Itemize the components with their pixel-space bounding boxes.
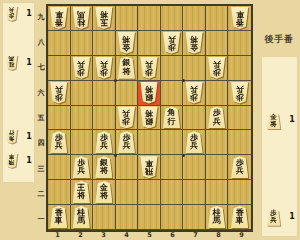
piece-kanji: 銀将 — [139, 106, 158, 128]
board-square[interactable] — [71, 81, 94, 106]
piece-kanji: 香車 — [49, 206, 68, 228]
piece-kanji: 歩兵 — [72, 156, 91, 178]
board-square[interactable] — [228, 56, 251, 81]
piece-kanji: 歩兵 — [230, 156, 249, 178]
board-square[interactable] — [206, 31, 229, 56]
board-square[interactable]: 金将 — [93, 180, 116, 205]
board-square[interactable] — [71, 106, 94, 131]
board-square[interactable] — [228, 180, 251, 205]
shogi-piece[interactable]: 歩兵 — [185, 131, 204, 153]
board-square[interactable] — [206, 155, 229, 180]
piece-kanji: 歩兵 — [72, 57, 91, 79]
shogi-piece[interactable]: 歩兵 — [72, 156, 91, 178]
board-square[interactable] — [138, 31, 161, 56]
board-star-dot — [114, 154, 117, 157]
board-square[interactable] — [48, 106, 71, 131]
board-square[interactable] — [138, 180, 161, 205]
board-square[interactable]: 歩兵 — [183, 81, 206, 106]
piece-kanji: 金将 — [94, 181, 113, 203]
file-label: 3 — [92, 231, 115, 240]
board-square[interactable]: 歩兵 — [183, 130, 206, 155]
rank-label: 一 — [36, 207, 46, 232]
board-square[interactable]: 歩兵 — [116, 106, 139, 131]
shogi-piece[interactable]: 銀将 — [117, 57, 136, 79]
piece-kanji: 歩兵 — [230, 82, 249, 104]
board-square[interactable] — [161, 180, 184, 205]
shogi-piece[interactable]: 歩兵 — [230, 82, 249, 104]
hand-count: 1 — [24, 132, 34, 141]
piece-kanji: 歩兵 — [207, 106, 226, 128]
board-square[interactable]: 玉将 — [93, 6, 116, 31]
board-square[interactable] — [183, 6, 206, 31]
shogi-piece[interactable]: 金将 — [117, 32, 136, 54]
board-square[interactable]: 銀将 — [138, 81, 161, 106]
board-square[interactable]: 飛車 — [138, 155, 161, 180]
board-square[interactable]: 香車 — [48, 205, 71, 230]
rank-label: 三 — [36, 156, 46, 181]
board-square[interactable] — [183, 155, 206, 180]
board-square[interactable]: 桂馬 — [206, 205, 229, 230]
piece-kanji: 歩兵 — [49, 82, 68, 104]
hand-piece[interactable]: 金将 — [266, 112, 281, 129]
piece-kanji: 角行 — [5, 129, 18, 144]
piece-kanji: 銀将 — [94, 156, 113, 178]
board-square[interactable]: 歩兵 — [93, 130, 116, 155]
board-square[interactable] — [138, 130, 161, 155]
shogi-piece[interactable]: 銀将 — [94, 156, 113, 178]
hand-count: 1 — [24, 156, 34, 165]
hand-count: 1 — [24, 58, 34, 67]
piece-kanji: 歩兵 — [162, 32, 181, 54]
board-square[interactable] — [206, 180, 229, 205]
board-square[interactable] — [93, 205, 116, 230]
shogi-piece[interactable]: 歩兵 — [185, 82, 204, 104]
shogi-piece[interactable]: 歩兵 — [207, 57, 226, 79]
turn-indicator: 後手番 — [258, 33, 300, 46]
shogi-piece[interactable]: 桂馬 — [72, 206, 91, 228]
board-square[interactable] — [161, 155, 184, 180]
piece-kanji: 歩兵 — [49, 131, 68, 153]
piece-kanji: 香車 — [230, 206, 249, 228]
file-label: 2 — [69, 231, 92, 240]
piece-kanji: 歩兵 — [185, 131, 204, 153]
board-square[interactable] — [93, 31, 116, 56]
hand-count: 1 — [287, 115, 297, 124]
file-label: 4 — [115, 231, 138, 240]
board-square[interactable] — [48, 31, 71, 56]
board-square[interactable] — [161, 6, 184, 31]
board-square[interactable]: 桂馬 — [71, 6, 94, 31]
piece-kanji: 桂馬 — [72, 206, 91, 228]
shogi-piece[interactable]: 角行 — [162, 106, 181, 128]
board-square[interactable]: 角行 — [161, 106, 184, 131]
board-square[interactable]: 歩兵 — [161, 31, 184, 56]
sente-hand-tray: 歩兵1桂馬1角行1飛車1 — [2, 2, 35, 183]
piece-kanji: 銀将 — [117, 57, 136, 79]
shogi-piece[interactable]: 歩兵 — [230, 156, 249, 178]
board-square[interactable]: 歩兵 — [228, 155, 251, 180]
board-square[interactable] — [183, 180, 206, 205]
board-square[interactable]: 金将 — [183, 31, 206, 56]
piece-kanji: 歩兵 — [117, 131, 136, 153]
board-square[interactable] — [183, 205, 206, 230]
shogi-piece[interactable]: 歩兵 — [94, 57, 113, 79]
hand-piece[interactable]: 飛車 — [5, 153, 18, 168]
piece-kanji: 金将 — [117, 32, 136, 54]
piece-kanji: 金将 — [266, 112, 281, 129]
board-square[interactable] — [116, 81, 139, 106]
board-square[interactable] — [48, 155, 71, 180]
piece-kanji: 飛車 — [139, 156, 158, 178]
piece-kanji: 銀将 — [139, 82, 158, 104]
shogi-piece[interactable]: 銀将 — [139, 82, 158, 104]
board-square[interactable]: 銀将 — [138, 106, 161, 131]
shogi-piece[interactable]: 歩兵 — [72, 57, 91, 79]
board-square[interactable] — [228, 130, 251, 155]
board-square[interactable] — [93, 81, 116, 106]
shogi-piece[interactable]: 銀将 — [139, 106, 158, 128]
board-square[interactable] — [116, 6, 139, 31]
file-labels: 123456789 — [46, 231, 253, 240]
piece-kanji: 香車 — [49, 7, 68, 29]
board-square[interactable]: 歩兵 — [71, 155, 94, 180]
board-square[interactable]: 歩兵 — [138, 56, 161, 81]
file-label: 9 — [230, 231, 253, 240]
board-square[interactable]: 歩兵 — [71, 56, 94, 81]
hand-piece[interactable]: 歩兵 — [5, 6, 18, 21]
board-square[interactable] — [161, 81, 184, 106]
board-square[interactable]: 香車 — [228, 205, 251, 230]
shogi-piece[interactable]: 歩兵 — [117, 131, 136, 153]
piece-kanji: 桂馬 — [72, 7, 91, 29]
gote-hand-tray: 金将1歩兵1 — [261, 56, 298, 237]
board-square[interactable] — [48, 56, 71, 81]
piece-kanji: 歩兵 — [5, 6, 18, 21]
board-square[interactable] — [206, 81, 229, 106]
board-square[interactable] — [116, 180, 139, 205]
hand-piece[interactable]: 歩兵 — [266, 209, 281, 226]
rank-label: 四 — [36, 131, 46, 156]
file-label: 1 — [46, 231, 69, 240]
rank-label: 八 — [36, 29, 46, 54]
piece-kanji: 香車 — [230, 7, 249, 29]
board-square[interactable]: 香車 — [228, 6, 251, 31]
shogi-piece[interactable]: 歩兵 — [94, 131, 113, 153]
piece-kanji: 金将 — [185, 32, 204, 54]
rank-labels: 九八七六五四三二一 — [36, 4, 46, 232]
board-square[interactable]: 歩兵 — [48, 81, 71, 106]
shogi-piece[interactable]: 桂馬 — [72, 7, 91, 29]
board-square[interactable] — [138, 6, 161, 31]
board-square[interactable]: 王将 — [71, 180, 94, 205]
file-label: 8 — [207, 231, 230, 240]
shogi-piece[interactable]: 金将 — [185, 32, 204, 54]
hand-piece[interactable]: 角行 — [5, 129, 18, 144]
shogi-piece[interactable]: 香車 — [230, 7, 249, 29]
piece-kanji: 飛車 — [5, 153, 18, 168]
piece-kanji: 桂馬 — [5, 55, 18, 70]
board-square[interactable] — [71, 31, 94, 56]
rank-label: 六 — [36, 80, 46, 105]
rank-label: 七 — [36, 55, 46, 80]
rank-label: 五 — [36, 105, 46, 130]
board-square[interactable] — [71, 130, 94, 155]
board-square[interactable]: 歩兵 — [93, 56, 116, 81]
shogi-piece[interactable]: 歩兵 — [49, 131, 68, 153]
piece-kanji: 角行 — [162, 106, 181, 128]
board-square[interactable]: 歩兵 — [206, 106, 229, 131]
rank-label: 二 — [36, 181, 46, 206]
board-square[interactable]: 金将 — [116, 31, 139, 56]
board-square[interactable] — [183, 106, 206, 131]
piece-kanji: 歩兵 — [139, 57, 158, 79]
board-square[interactable]: 歩兵 — [116, 130, 139, 155]
hand-count: 1 — [287, 212, 297, 221]
shogi-piece[interactable]: 飛車 — [139, 156, 158, 178]
file-label: 5 — [138, 231, 161, 240]
piece-kanji: 桂馬 — [207, 206, 226, 228]
piece-kanji: 歩兵 — [94, 131, 113, 153]
piece-kanji: 王将 — [72, 181, 91, 203]
board-square[interactable] — [206, 6, 229, 31]
board-square[interactable] — [116, 155, 139, 180]
piece-kanji: 歩兵 — [94, 57, 113, 79]
board-square[interactable] — [183, 56, 206, 81]
shogi-piece[interactable]: 桂馬 — [207, 206, 226, 228]
board-square[interactable] — [116, 205, 139, 230]
board-square[interactable]: 桂馬 — [71, 205, 94, 230]
board-square[interactable] — [228, 31, 251, 56]
piece-kanji: 歩兵 — [266, 209, 281, 226]
board-square[interactable]: 歩兵 — [206, 56, 229, 81]
shogi-piece[interactable]: 歩兵 — [162, 32, 181, 54]
shogi-piece[interactable]: 歩兵 — [207, 106, 226, 128]
shogi-piece[interactable]: 香車 — [49, 7, 68, 29]
board-square[interactable] — [228, 106, 251, 131]
shogi-app: 歩兵1桂馬1角行1飛車1 九八七六五四三二一 香車桂馬玉将香車金将歩兵金将歩兵歩… — [0, 0, 300, 240]
board-star-dot — [182, 154, 185, 157]
board-square[interactable]: 歩兵 — [48, 130, 71, 155]
board-star-dot — [182, 79, 185, 82]
shogi-piece[interactable]: 王将 — [72, 181, 91, 203]
shogi-piece[interactable]: 歩兵 — [117, 106, 136, 128]
board-square[interactable] — [93, 106, 116, 131]
shogi-piece[interactable]: 香車 — [49, 206, 68, 228]
shogi-piece[interactable]: 歩兵 — [49, 82, 68, 104]
board-square[interactable] — [161, 130, 184, 155]
board-square[interactable] — [161, 56, 184, 81]
shogi-piece[interactable]: 玉将 — [94, 7, 113, 29]
file-label: 7 — [184, 231, 207, 240]
piece-kanji: 玉将 — [94, 7, 113, 29]
board-square[interactable] — [161, 205, 184, 230]
piece-kanji: 歩兵 — [185, 82, 204, 104]
board-square[interactable] — [48, 180, 71, 205]
piece-kanji: 歩兵 — [117, 106, 136, 128]
shogi-board: 香車桂馬玉将香車金将歩兵金将歩兵歩兵銀将歩兵歩兵歩兵銀将歩兵歩兵歩兵銀将角行歩兵… — [46, 4, 253, 232]
piece-kanji: 歩兵 — [207, 57, 226, 79]
rank-label: 九 — [36, 4, 46, 29]
shogi-piece[interactable]: 歩兵 — [139, 57, 158, 79]
shogi-piece[interactable]: 金将 — [94, 181, 113, 203]
board-square[interactable] — [138, 205, 161, 230]
board-square[interactable]: 歩兵 — [228, 81, 251, 106]
hand-count: 1 — [24, 9, 34, 18]
hand-piece[interactable]: 桂馬 — [5, 55, 18, 70]
board-square[interactable]: 銀将 — [93, 155, 116, 180]
board-square[interactable]: 香車 — [48, 6, 71, 31]
shogi-piece[interactable]: 香車 — [230, 206, 249, 228]
file-label: 6 — [161, 231, 184, 240]
board-square[interactable]: 銀将 — [116, 56, 139, 81]
board-square[interactable] — [206, 130, 229, 155]
